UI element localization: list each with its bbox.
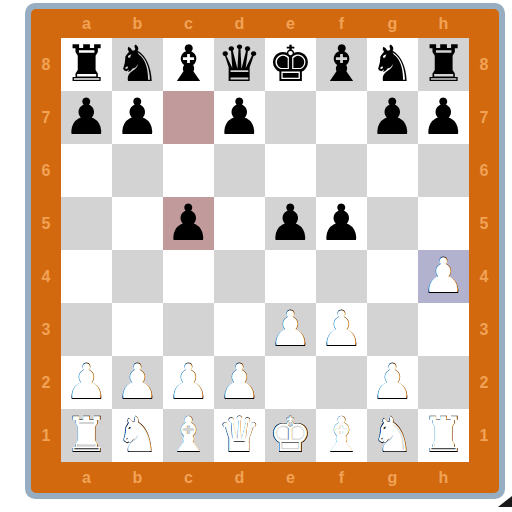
- piece-glyph: ♞: [115, 38, 160, 91]
- square-c1[interactable]: ♝♗: [163, 409, 214, 462]
- piece-white-king[interactable]: ♚♔: [265, 409, 316, 462]
- square-g1[interactable]: ♞♘: [367, 409, 418, 462]
- piece-white-knight[interactable]: ♞♘: [112, 409, 163, 462]
- square-h7[interactable]: ♟: [418, 91, 469, 144]
- square-b1[interactable]: ♞♘: [112, 409, 163, 462]
- square-h1[interactable]: ♜♖: [418, 409, 469, 462]
- square-b3[interactable]: [112, 303, 163, 356]
- square-b5[interactable]: [112, 197, 163, 250]
- square-a8[interactable]: ♜: [61, 38, 112, 91]
- piece-white-queen[interactable]: ♛♕: [214, 409, 265, 462]
- square-g4[interactable]: [367, 250, 418, 303]
- piece-black-rook[interactable]: ♜: [418, 38, 469, 91]
- rank-label-right-5: 5: [469, 197, 499, 250]
- square-c8[interactable]: ♝: [163, 38, 214, 91]
- frame-corner: [469, 462, 499, 493]
- square-e6[interactable]: [265, 144, 316, 197]
- rank-label-left-7: 7: [31, 91, 61, 144]
- piece-black-bishop[interactable]: ♝: [163, 38, 214, 91]
- rank-label-left-6: 6: [31, 144, 61, 197]
- piece-glyph: ♟: [421, 91, 466, 144]
- piece-black-rook[interactable]: ♜: [61, 38, 112, 91]
- rank-label-left-2: 2: [31, 356, 61, 409]
- square-a3[interactable]: [61, 303, 112, 356]
- square-g3[interactable]: [367, 303, 418, 356]
- piece-white-bishop[interactable]: ♝♗: [163, 409, 214, 462]
- piece-white-pawn[interactable]: ♟♙: [112, 356, 163, 409]
- square-g7[interactable]: ♟: [367, 91, 418, 144]
- piece-black-pawn[interactable]: ♟: [265, 197, 316, 250]
- file-label-bottom-c: c: [163, 462, 214, 493]
- rank-label-left-8: 8: [31, 38, 61, 91]
- piece-glyph: ♝: [319, 38, 364, 91]
- square-h2[interactable]: [418, 356, 469, 409]
- piece-white-pawn[interactable]: ♟♙: [316, 303, 367, 356]
- piece-black-pawn[interactable]: ♟: [418, 91, 469, 144]
- square-e5[interactable]: ♟: [265, 197, 316, 250]
- square-d7[interactable]: ♟: [214, 91, 265, 144]
- piece-glyph: ♜: [64, 38, 109, 91]
- frame-corner: [31, 462, 61, 493]
- piece-fill-layer: ♟: [218, 357, 261, 407]
- rank-label-right-4: 4: [469, 250, 499, 303]
- piece-glyph: ♟: [319, 197, 364, 250]
- square-a7[interactable]: ♟: [61, 91, 112, 144]
- piece-white-pawn[interactable]: ♟♙: [214, 356, 265, 409]
- board-frame: abcdefgh8♜♞♝♛♚♝♞♜87♟♟♟♟♟7665♟♟♟54♟♙43♟♙♟…: [31, 9, 499, 493]
- square-c4[interactable]: [163, 250, 214, 303]
- square-g5[interactable]: [367, 197, 418, 250]
- square-f1[interactable]: ♝♗: [316, 409, 367, 462]
- piece-fill-layer: ♛: [218, 410, 261, 460]
- piece-black-pawn[interactable]: ♟: [163, 197, 214, 250]
- file-label-bottom-g: g: [367, 462, 418, 493]
- file-label-bottom-b: b: [112, 462, 163, 493]
- screenshot-canvas: abcdefgh8♜♞♝♛♚♝♞♜87♟♟♟♟♟7665♟♟♟54♟♙43♟♙♟…: [0, 0, 512, 512]
- piece-fill-layer: ♜: [65, 410, 108, 460]
- frame-corner: [469, 9, 499, 38]
- square-e4[interactable]: [265, 250, 316, 303]
- file-label-bottom-d: d: [214, 462, 265, 493]
- square-d5[interactable]: [214, 197, 265, 250]
- square-a4[interactable]: [61, 250, 112, 303]
- square-b2[interactable]: ♟♙: [112, 356, 163, 409]
- rank-label-left-1: 1: [31, 409, 61, 462]
- rank-label-right-1: 1: [469, 409, 499, 462]
- piece-white-pawn[interactable]: ♟♙: [61, 356, 112, 409]
- square-b6[interactable]: [112, 144, 163, 197]
- piece-black-pawn[interactable]: ♟: [367, 91, 418, 144]
- file-label-bottom-e: e: [265, 462, 316, 493]
- piece-fill-layer: ♞: [116, 410, 159, 460]
- square-e7[interactable]: [265, 91, 316, 144]
- file-label-top-g: g: [367, 9, 418, 38]
- piece-fill-layer: ♝: [167, 410, 210, 460]
- square-d2[interactable]: ♟♙: [214, 356, 265, 409]
- file-label-bottom-f: f: [316, 462, 367, 493]
- rank-label-right-3: 3: [469, 303, 499, 356]
- piece-black-bishop[interactable]: ♝: [316, 38, 367, 91]
- rank-label-left-5: 5: [31, 197, 61, 250]
- square-e1[interactable]: ♚♔: [265, 409, 316, 462]
- piece-black-pawn[interactable]: ♟: [214, 91, 265, 144]
- square-d8[interactable]: ♛: [214, 38, 265, 91]
- piece-glyph: ♟: [166, 197, 211, 250]
- piece-fill-layer: ♟: [422, 251, 465, 301]
- square-c5[interactable]: ♟: [163, 197, 214, 250]
- rank-label-right-8: 8: [469, 38, 499, 91]
- piece-black-pawn[interactable]: ♟: [316, 197, 367, 250]
- square-d6[interactable]: [214, 144, 265, 197]
- square-f5[interactable]: ♟: [316, 197, 367, 250]
- square-f7[interactable]: [316, 91, 367, 144]
- square-f4[interactable]: [316, 250, 367, 303]
- rank-label-left-3: 3: [31, 303, 61, 356]
- piece-fill-layer: ♟: [371, 357, 414, 407]
- piece-white-pawn[interactable]: ♟♙: [367, 356, 418, 409]
- rank-label-right-6: 6: [469, 144, 499, 197]
- piece-glyph: ♞: [370, 38, 415, 91]
- square-c2[interactable]: ♟♙: [163, 356, 214, 409]
- piece-fill-layer: ♟: [269, 304, 312, 354]
- square-e2[interactable]: [265, 356, 316, 409]
- piece-black-knight[interactable]: ♞: [112, 38, 163, 91]
- file-label-top-h: h: [418, 9, 469, 38]
- piece-black-pawn[interactable]: ♟: [61, 91, 112, 144]
- piece-fill-layer: ♟: [167, 357, 210, 407]
- piece-glyph: ♟: [370, 91, 415, 144]
- square-b4[interactable]: [112, 250, 163, 303]
- square-d3[interactable]: [214, 303, 265, 356]
- piece-glyph: ♟: [217, 91, 262, 144]
- file-label-top-f: f: [316, 9, 367, 38]
- file-label-bottom-a: a: [61, 462, 112, 493]
- piece-black-king[interactable]: ♚: [265, 38, 316, 91]
- square-h8[interactable]: ♜: [418, 38, 469, 91]
- piece-glyph: ♜: [421, 38, 466, 91]
- square-e8[interactable]: ♚: [265, 38, 316, 91]
- piece-glyph: ♟: [115, 91, 160, 144]
- file-label-top-e: e: [265, 9, 316, 38]
- corner-resize-triangle-icon: [498, 496, 512, 507]
- rank-label-right-2: 2: [469, 356, 499, 409]
- square-f3[interactable]: ♟♙: [316, 303, 367, 356]
- square-a2[interactable]: ♟♙: [61, 356, 112, 409]
- square-h3[interactable]: [418, 303, 469, 356]
- piece-white-pawn[interactable]: ♟♙: [265, 303, 316, 356]
- piece-fill-layer: ♟: [65, 357, 108, 407]
- square-b8[interactable]: ♞: [112, 38, 163, 91]
- piece-black-knight[interactable]: ♞: [367, 38, 418, 91]
- piece-white-rook[interactable]: ♜♖: [418, 409, 469, 462]
- square-h6[interactable]: [418, 144, 469, 197]
- square-g8[interactable]: ♞: [367, 38, 418, 91]
- square-a6[interactable]: [61, 144, 112, 197]
- file-label-bottom-h: h: [418, 462, 469, 493]
- piece-fill-layer: ♟: [116, 357, 159, 407]
- piece-white-pawn[interactable]: ♟♙: [163, 356, 214, 409]
- square-f6[interactable]: [316, 144, 367, 197]
- square-c7[interactable]: [163, 91, 214, 144]
- square-e3[interactable]: ♟♙: [265, 303, 316, 356]
- file-label-top-d: d: [214, 9, 265, 38]
- piece-glyph: ♟: [64, 91, 109, 144]
- square-h4[interactable]: ♟♙: [418, 250, 469, 303]
- square-a5[interactable]: [61, 197, 112, 250]
- rank-label-left-4: 4: [31, 250, 61, 303]
- square-b7[interactable]: ♟: [112, 91, 163, 144]
- board-outer-frame: abcdefgh8♜♞♝♛♚♝♞♜87♟♟♟♟♟7665♟♟♟54♟♙43♟♙♟…: [25, 3, 505, 499]
- file-label-top-c: c: [163, 9, 214, 38]
- rank-label-right-7: 7: [469, 91, 499, 144]
- square-a1[interactable]: ♜♖: [61, 409, 112, 462]
- piece-fill-layer: ♚: [269, 410, 312, 460]
- square-d4[interactable]: [214, 250, 265, 303]
- square-f8[interactable]: ♝: [316, 38, 367, 91]
- piece-glyph: ♚: [268, 38, 313, 91]
- square-g2[interactable]: ♟♙: [367, 356, 418, 409]
- square-h5[interactable]: [418, 197, 469, 250]
- piece-black-pawn[interactable]: ♟: [112, 91, 163, 144]
- file-label-top-b: b: [112, 9, 163, 38]
- piece-glyph: ♝: [166, 38, 211, 91]
- piece-white-pawn[interactable]: ♟♙: [418, 250, 469, 303]
- square-d1[interactable]: ♛♕: [214, 409, 265, 462]
- piece-white-knight[interactable]: ♞♘: [367, 409, 418, 462]
- square-f2[interactable]: [316, 356, 367, 409]
- square-g6[interactable]: [367, 144, 418, 197]
- piece-fill-layer: ♞: [371, 410, 414, 460]
- piece-white-bishop[interactable]: ♝♗: [316, 409, 367, 462]
- square-c3[interactable]: [163, 303, 214, 356]
- piece-glyph: ♟: [268, 197, 313, 250]
- piece-fill-layer: ♝: [320, 410, 363, 460]
- file-label-top-a: a: [61, 9, 112, 38]
- square-c6[interactable]: [163, 144, 214, 197]
- frame-corner: [31, 9, 61, 38]
- piece-fill-layer: ♜: [422, 410, 465, 460]
- piece-fill-layer: ♟: [320, 304, 363, 354]
- piece-white-rook[interactable]: ♜♖: [61, 409, 112, 462]
- piece-glyph: ♛: [217, 38, 262, 91]
- piece-black-queen[interactable]: ♛: [214, 38, 265, 91]
